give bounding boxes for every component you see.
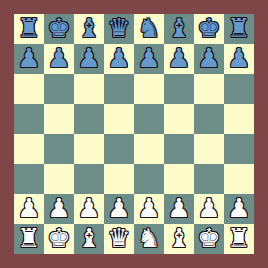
square-f5[interactable] — [164, 104, 194, 134]
square-g4[interactable] — [194, 134, 224, 164]
square-e5[interactable] — [134, 104, 164, 134]
square-f7[interactable]: ♟ — [164, 44, 194, 74]
square-d2[interactable]: ♟ — [104, 194, 134, 224]
square-c8[interactable]: ♝ — [74, 14, 104, 44]
piece-black-pawn: ♟ — [77, 44, 100, 73]
square-g3[interactable] — [194, 164, 224, 194]
square-c7[interactable]: ♟ — [74, 44, 104, 74]
piece-black-pawn: ♟ — [137, 44, 160, 73]
square-a8[interactable]: ♜ — [14, 14, 44, 44]
piece-white-pawn: ♟ — [107, 194, 130, 223]
square-b6[interactable] — [44, 74, 74, 104]
square-f6[interactable] — [164, 74, 194, 104]
square-e4[interactable] — [134, 134, 164, 164]
square-g8[interactable]: ♚ — [194, 14, 224, 44]
square-a4[interactable] — [14, 134, 44, 164]
square-h1[interactable]: ♜ — [224, 224, 254, 254]
square-c6[interactable] — [74, 74, 104, 104]
square-b3[interactable] — [44, 164, 74, 194]
piece-black-knight: ♞ — [137, 14, 160, 43]
square-e7[interactable]: ♟ — [134, 44, 164, 74]
piece-black-king: ♚ — [197, 14, 220, 43]
piece-black-pawn: ♟ — [107, 44, 130, 73]
square-c5[interactable] — [74, 104, 104, 134]
piece-white-rook: ♜ — [227, 224, 250, 253]
piece-white-bishop: ♝ — [77, 224, 100, 253]
piece-black-pawn: ♟ — [167, 44, 190, 73]
square-f2[interactable]: ♟ — [164, 194, 194, 224]
piece-white-pawn: ♟ — [227, 194, 250, 223]
square-c2[interactable]: ♟ — [74, 194, 104, 224]
square-d6[interactable] — [104, 74, 134, 104]
chess-board-frame: ♜♚♝♛♞♝♚♜♟♟♟♟♟♟♟♟♟♟♟♟♟♟♟♟♜♚♝♛♞♝♚♜ — [0, 0, 268, 268]
square-e1[interactable]: ♞ — [134, 224, 164, 254]
square-c4[interactable] — [74, 134, 104, 164]
square-h8[interactable]: ♜ — [224, 14, 254, 44]
square-c1[interactable]: ♝ — [74, 224, 104, 254]
square-g7[interactable]: ♟ — [194, 44, 224, 74]
square-b5[interactable] — [44, 104, 74, 134]
square-d3[interactable] — [104, 164, 134, 194]
square-f3[interactable] — [164, 164, 194, 194]
square-b2[interactable]: ♟ — [44, 194, 74, 224]
square-h2[interactable]: ♟ — [224, 194, 254, 224]
square-d5[interactable] — [104, 104, 134, 134]
square-g6[interactable] — [194, 74, 224, 104]
square-f1[interactable]: ♝ — [164, 224, 194, 254]
piece-white-pawn: ♟ — [137, 194, 160, 223]
piece-white-bishop: ♝ — [167, 224, 190, 253]
piece-black-pawn: ♟ — [227, 44, 250, 73]
square-h3[interactable] — [224, 164, 254, 194]
piece-white-king: ♚ — [47, 224, 70, 253]
square-h5[interactable] — [224, 104, 254, 134]
square-b7[interactable]: ♟ — [44, 44, 74, 74]
piece-black-bishop: ♝ — [167, 14, 190, 43]
piece-black-bishop: ♝ — [77, 14, 100, 43]
square-c3[interactable] — [74, 164, 104, 194]
square-e6[interactable] — [134, 74, 164, 104]
piece-white-knight: ♞ — [137, 224, 160, 253]
piece-black-queen: ♛ — [107, 14, 130, 43]
piece-black-pawn: ♟ — [197, 44, 220, 73]
square-b8[interactable]: ♚ — [44, 14, 74, 44]
square-d7[interactable]: ♟ — [104, 44, 134, 74]
piece-black-rook: ♜ — [17, 14, 40, 43]
square-a1[interactable]: ♜ — [14, 224, 44, 254]
square-d8[interactable]: ♛ — [104, 14, 134, 44]
piece-white-pawn: ♟ — [77, 194, 100, 223]
square-a7[interactable]: ♟ — [14, 44, 44, 74]
square-a5[interactable] — [14, 104, 44, 134]
square-e2[interactable]: ♟ — [134, 194, 164, 224]
square-e3[interactable] — [134, 164, 164, 194]
square-f8[interactable]: ♝ — [164, 14, 194, 44]
piece-black-rook: ♜ — [227, 14, 250, 43]
chess-board: ♜♚♝♛♞♝♚♜♟♟♟♟♟♟♟♟♟♟♟♟♟♟♟♟♜♚♝♛♞♝♚♜ — [14, 14, 254, 254]
square-a3[interactable] — [14, 164, 44, 194]
square-d1[interactable]: ♛ — [104, 224, 134, 254]
square-h4[interactable] — [224, 134, 254, 164]
square-d4[interactable] — [104, 134, 134, 164]
square-a6[interactable] — [14, 74, 44, 104]
square-h6[interactable] — [224, 74, 254, 104]
piece-white-pawn: ♟ — [167, 194, 190, 223]
square-g1[interactable]: ♚ — [194, 224, 224, 254]
piece-white-king: ♚ — [197, 224, 220, 253]
piece-black-king: ♚ — [47, 14, 70, 43]
square-g2[interactable]: ♟ — [194, 194, 224, 224]
square-b4[interactable] — [44, 134, 74, 164]
piece-white-queen: ♛ — [107, 224, 130, 253]
piece-white-pawn: ♟ — [197, 194, 220, 223]
square-g5[interactable] — [194, 104, 224, 134]
piece-white-rook: ♜ — [17, 224, 40, 253]
piece-black-pawn: ♟ — [47, 44, 70, 73]
square-f4[interactable] — [164, 134, 194, 164]
square-h7[interactable]: ♟ — [224, 44, 254, 74]
piece-white-pawn: ♟ — [47, 194, 70, 223]
square-e8[interactable]: ♞ — [134, 14, 164, 44]
square-b1[interactable]: ♚ — [44, 224, 74, 254]
square-a2[interactable]: ♟ — [14, 194, 44, 224]
piece-black-pawn: ♟ — [17, 44, 40, 73]
piece-white-pawn: ♟ — [17, 194, 40, 223]
